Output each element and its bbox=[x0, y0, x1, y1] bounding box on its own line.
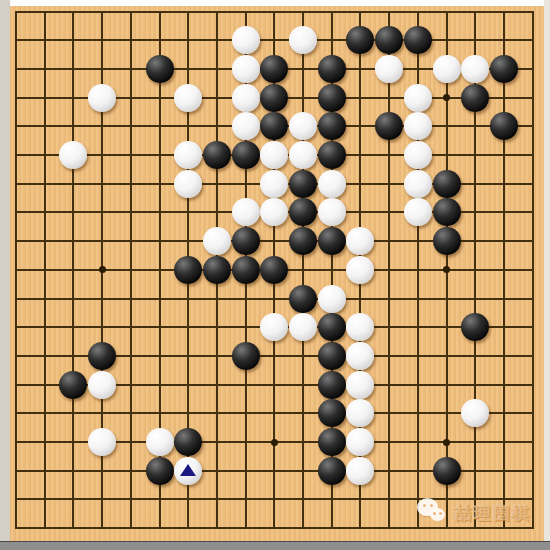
watermark: 喆理围棋 bbox=[417, 498, 531, 528]
white-stone bbox=[289, 112, 317, 140]
wechat-icon bbox=[417, 498, 451, 528]
black-stone bbox=[260, 55, 288, 83]
black-stone bbox=[232, 141, 260, 169]
black-stone bbox=[433, 457, 461, 485]
black-stone bbox=[260, 84, 288, 112]
white-stone bbox=[289, 313, 317, 341]
black-stone bbox=[318, 428, 346, 456]
black-stone bbox=[318, 112, 346, 140]
black-stone bbox=[490, 112, 518, 140]
black-stone bbox=[318, 141, 346, 169]
white-stone bbox=[59, 141, 87, 169]
black-stone bbox=[203, 256, 231, 284]
wechat-eye bbox=[430, 504, 433, 507]
black-stone bbox=[375, 26, 403, 54]
black-stone bbox=[289, 170, 317, 198]
star-point bbox=[443, 439, 450, 446]
white-stone bbox=[318, 170, 346, 198]
last-move-triangle-marker bbox=[180, 464, 196, 476]
white-stone bbox=[174, 170, 202, 198]
white-stone bbox=[232, 26, 260, 54]
white-stone bbox=[433, 55, 461, 83]
black-stone bbox=[203, 141, 231, 169]
black-stone bbox=[433, 227, 461, 255]
go-board bbox=[10, 6, 544, 541]
white-stone bbox=[346, 342, 374, 370]
white-stone bbox=[346, 457, 374, 485]
white-stone bbox=[174, 84, 202, 112]
white-stone bbox=[461, 399, 489, 427]
white-stone bbox=[174, 141, 202, 169]
black-stone bbox=[146, 457, 174, 485]
wechat-eye bbox=[433, 512, 436, 515]
black-stone bbox=[289, 227, 317, 255]
black-stone bbox=[375, 112, 403, 140]
grid-line-horizontal bbox=[15, 412, 534, 414]
star-point bbox=[99, 266, 106, 273]
black-stone bbox=[289, 198, 317, 226]
white-stone bbox=[289, 141, 317, 169]
black-stone bbox=[232, 227, 260, 255]
white-stone bbox=[232, 55, 260, 83]
white-stone bbox=[88, 371, 116, 399]
white-stone bbox=[260, 170, 288, 198]
white-stone bbox=[232, 198, 260, 226]
black-stone bbox=[318, 313, 346, 341]
black-stone bbox=[260, 256, 288, 284]
white-stone bbox=[404, 84, 432, 112]
star-point bbox=[443, 94, 450, 101]
grid-line-vertical bbox=[388, 11, 390, 530]
page-margin-right bbox=[544, 0, 550, 541]
white-stone bbox=[346, 227, 374, 255]
black-stone bbox=[433, 198, 461, 226]
black-stone bbox=[260, 112, 288, 140]
black-stone bbox=[289, 285, 317, 313]
white-stone bbox=[346, 399, 374, 427]
black-stone bbox=[232, 342, 260, 370]
watermark-text: 喆理围棋 bbox=[455, 502, 531, 525]
white-stone bbox=[318, 285, 346, 313]
page-margin-left bbox=[0, 0, 10, 541]
black-stone bbox=[59, 371, 87, 399]
white-stone bbox=[232, 112, 260, 140]
black-stone bbox=[232, 256, 260, 284]
white-stone bbox=[404, 170, 432, 198]
white-stone bbox=[346, 428, 374, 456]
black-stone bbox=[88, 342, 116, 370]
page-margin-bottom bbox=[0, 541, 550, 550]
star-point bbox=[271, 439, 278, 446]
go-diagram-screenshot: 喆理围棋 bbox=[0, 0, 550, 550]
black-stone bbox=[318, 55, 346, 83]
black-stone bbox=[318, 342, 346, 370]
black-stone bbox=[404, 26, 432, 54]
wechat-bubble-small bbox=[430, 508, 445, 521]
white-stone bbox=[88, 84, 116, 112]
white-stone bbox=[461, 55, 489, 83]
white-stone bbox=[260, 198, 288, 226]
white-stone bbox=[404, 198, 432, 226]
white-stone bbox=[375, 55, 403, 83]
black-stone bbox=[433, 170, 461, 198]
black-stone bbox=[318, 371, 346, 399]
black-stone bbox=[318, 227, 346, 255]
white-stone bbox=[404, 141, 432, 169]
white-stone bbox=[346, 371, 374, 399]
black-stone bbox=[146, 55, 174, 83]
black-stone bbox=[318, 457, 346, 485]
white-stone bbox=[404, 112, 432, 140]
white-stone bbox=[346, 256, 374, 284]
black-stone bbox=[174, 256, 202, 284]
black-stone bbox=[174, 428, 202, 456]
wechat-eye bbox=[439, 512, 442, 515]
grid-line-vertical bbox=[503, 11, 505, 530]
white-stone bbox=[232, 84, 260, 112]
white-stone bbox=[260, 313, 288, 341]
star-point bbox=[443, 266, 450, 273]
black-stone bbox=[318, 84, 346, 112]
white-stone bbox=[146, 428, 174, 456]
white-stone bbox=[289, 26, 317, 54]
wechat-eye bbox=[423, 504, 426, 507]
white-stone bbox=[260, 141, 288, 169]
white-stone bbox=[346, 313, 374, 341]
black-stone bbox=[461, 313, 489, 341]
grid-line-vertical bbox=[532, 11, 534, 530]
white-stone bbox=[88, 428, 116, 456]
grid-line-vertical bbox=[302, 11, 304, 530]
white-stone bbox=[203, 227, 231, 255]
black-stone bbox=[318, 399, 346, 427]
black-stone bbox=[461, 84, 489, 112]
black-stone bbox=[490, 55, 518, 83]
white-stone bbox=[318, 198, 346, 226]
grid-line-horizontal bbox=[15, 298, 534, 300]
black-stone bbox=[346, 26, 374, 54]
